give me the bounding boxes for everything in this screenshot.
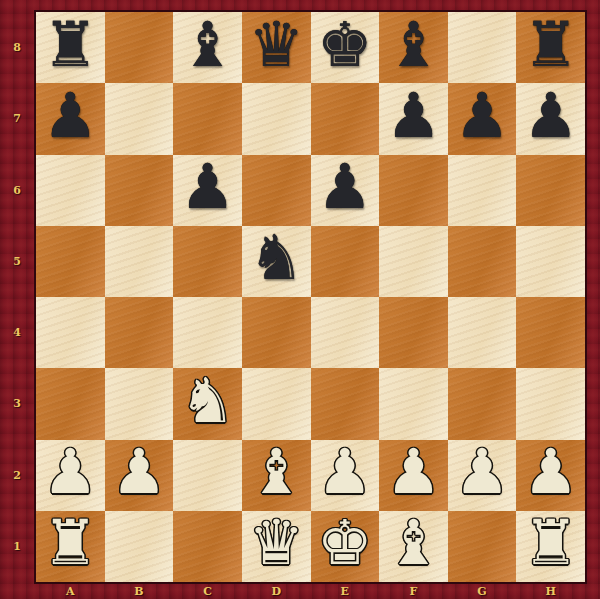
square-h8[interactable]: ♜	[516, 12, 585, 83]
rank-label-1: 1	[0, 511, 34, 582]
piece-black-pawn[interactable]: ♟	[180, 156, 236, 218]
square-a5[interactable]	[36, 226, 105, 297]
square-c1[interactable]	[173, 511, 242, 582]
square-f5[interactable]	[379, 226, 448, 297]
square-e7[interactable]	[311, 83, 380, 154]
square-h1[interactable]: ♜	[516, 511, 585, 582]
piece-white-queen[interactable]: ♛	[248, 512, 304, 574]
piece-white-rook[interactable]: ♜	[523, 512, 579, 574]
square-b4[interactable]	[105, 297, 174, 368]
rank-label-6: 6	[0, 155, 34, 226]
square-h4[interactable]	[516, 297, 585, 368]
file-label-e: E	[311, 583, 380, 599]
square-b2[interactable]: ♟	[105, 440, 174, 511]
square-e5[interactable]	[311, 226, 380, 297]
piece-white-pawn[interactable]: ♟	[454, 441, 510, 503]
square-g6[interactable]	[448, 155, 517, 226]
square-b1[interactable]	[105, 511, 174, 582]
square-c5[interactable]	[173, 226, 242, 297]
piece-black-bishop[interactable]: ♝	[386, 14, 442, 76]
piece-black-king[interactable]: ♚	[317, 14, 373, 76]
piece-white-pawn[interactable]: ♟	[317, 441, 373, 503]
chess-board: ♜♝♛♚♝♜♟♟♟♟♟♟♞♞♟♟♝♟♟♟♟♜♛♚♝♜	[34, 10, 587, 584]
square-a3[interactable]	[36, 368, 105, 439]
square-d3[interactable]	[242, 368, 311, 439]
square-h7[interactable]: ♟	[516, 83, 585, 154]
square-h6[interactable]	[516, 155, 585, 226]
square-d8[interactable]: ♛	[242, 12, 311, 83]
square-c8[interactable]: ♝	[173, 12, 242, 83]
square-g5[interactable]	[448, 226, 517, 297]
square-a2[interactable]: ♟	[36, 440, 105, 511]
square-h5[interactable]	[516, 226, 585, 297]
piece-white-knight[interactable]: ♞	[180, 370, 236, 432]
square-h2[interactable]: ♟	[516, 440, 585, 511]
piece-white-pawn[interactable]: ♟	[43, 441, 99, 503]
square-g8[interactable]	[448, 12, 517, 83]
square-c2[interactable]	[173, 440, 242, 511]
piece-black-pawn[interactable]: ♟	[386, 85, 442, 147]
file-label-h: H	[516, 583, 585, 599]
square-c7[interactable]	[173, 83, 242, 154]
square-b7[interactable]	[105, 83, 174, 154]
square-e1[interactable]: ♚	[311, 511, 380, 582]
rank-label-8: 8	[0, 12, 34, 83]
square-d6[interactable]	[242, 155, 311, 226]
rank-label-7: 7	[0, 83, 34, 154]
piece-black-rook[interactable]: ♜	[43, 14, 99, 76]
piece-black-knight[interactable]: ♞	[248, 227, 304, 289]
piece-black-bishop[interactable]: ♝	[180, 14, 236, 76]
square-f7[interactable]: ♟	[379, 83, 448, 154]
piece-black-pawn[interactable]: ♟	[43, 85, 99, 147]
square-e6[interactable]: ♟	[311, 155, 380, 226]
square-b3[interactable]	[105, 368, 174, 439]
rank-label-5: 5	[0, 226, 34, 297]
square-h3[interactable]	[516, 368, 585, 439]
square-d2[interactable]: ♝	[242, 440, 311, 511]
square-f4[interactable]	[379, 297, 448, 368]
square-e2[interactable]: ♟	[311, 440, 380, 511]
square-g1[interactable]	[448, 511, 517, 582]
square-f8[interactable]: ♝	[379, 12, 448, 83]
file-label-f: F	[379, 583, 448, 599]
file-label-c: C	[173, 583, 242, 599]
rank-labels: 87654321	[0, 12, 34, 582]
square-a4[interactable]	[36, 297, 105, 368]
square-e8[interactable]: ♚	[311, 12, 380, 83]
square-g2[interactable]: ♟	[448, 440, 517, 511]
square-b5[interactable]	[105, 226, 174, 297]
piece-white-pawn[interactable]: ♟	[111, 441, 167, 503]
square-a7[interactable]: ♟	[36, 83, 105, 154]
square-f2[interactable]: ♟	[379, 440, 448, 511]
square-g3[interactable]	[448, 368, 517, 439]
file-label-g: G	[448, 583, 517, 599]
square-f6[interactable]	[379, 155, 448, 226]
piece-black-pawn[interactable]: ♟	[454, 85, 510, 147]
square-d4[interactable]	[242, 297, 311, 368]
square-b6[interactable]	[105, 155, 174, 226]
square-a1[interactable]: ♜	[36, 511, 105, 582]
piece-white-bishop[interactable]: ♝	[248, 441, 304, 503]
file-label-a: A	[36, 583, 105, 599]
rank-label-4: 4	[0, 297, 34, 368]
square-e4[interactable]	[311, 297, 380, 368]
square-d5[interactable]: ♞	[242, 226, 311, 297]
file-label-d: D	[242, 583, 311, 599]
square-g4[interactable]	[448, 297, 517, 368]
piece-black-pawn[interactable]: ♟	[317, 156, 373, 218]
rank-label-3: 3	[0, 368, 34, 439]
square-f3[interactable]	[379, 368, 448, 439]
square-d7[interactable]	[242, 83, 311, 154]
square-e3[interactable]	[311, 368, 380, 439]
piece-white-pawn[interactable]: ♟	[523, 441, 579, 503]
square-f1[interactable]: ♝	[379, 511, 448, 582]
file-label-b: B	[105, 583, 174, 599]
square-a6[interactable]	[36, 155, 105, 226]
square-c4[interactable]	[173, 297, 242, 368]
square-c3[interactable]: ♞	[173, 368, 242, 439]
square-a8[interactable]: ♜	[36, 12, 105, 83]
square-g7[interactable]: ♟	[448, 83, 517, 154]
square-c6[interactable]: ♟	[173, 155, 242, 226]
piece-white-king[interactable]: ♚	[317, 512, 373, 574]
square-b8[interactable]	[105, 12, 174, 83]
piece-black-queen[interactable]: ♛	[248, 14, 304, 76]
rank-label-2: 2	[0, 440, 34, 511]
board-frame: 87654321 ABCDEFGH ♜♝♛♚♝♜♟♟♟♟♟♟♞♞♟♟♝♟♟♟♟♜…	[0, 0, 600, 599]
piece-black-pawn[interactable]: ♟	[523, 85, 579, 147]
piece-white-rook[interactable]: ♜	[43, 512, 99, 574]
piece-black-rook[interactable]: ♜	[523, 14, 579, 76]
piece-white-pawn[interactable]: ♟	[386, 441, 442, 503]
file-labels: ABCDEFGH	[36, 583, 585, 599]
piece-white-bishop[interactable]: ♝	[386, 512, 442, 574]
square-d1[interactable]: ♛	[242, 511, 311, 582]
